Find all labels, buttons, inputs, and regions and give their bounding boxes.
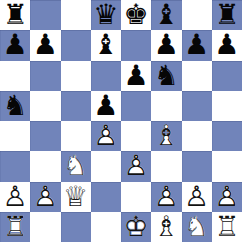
piece-black-bishop-d7: ♝ [91, 30, 121, 60]
square-b6[interactable] [30, 61, 60, 91]
square-b1[interactable] [30, 212, 60, 242]
square-a1[interactable]: ♜♖ [0, 212, 30, 242]
square-f2[interactable]: ♟♙ [151, 182, 181, 212]
piece-black-queen-d8: ♛ [91, 0, 121, 30]
white-bishop-outline: ♗ [151, 121, 181, 151]
square-b2[interactable]: ♟♙ [30, 182, 60, 212]
square-h8[interactable]: ♜ [212, 0, 242, 30]
piece-white-knight-c3: ♞♘ [61, 151, 91, 181]
square-g5[interactable] [182, 91, 212, 121]
square-h2[interactable]: ♟♙ [212, 182, 242, 212]
white-pawn-glyph: ♟ [212, 182, 242, 212]
white-rook-outline: ♖ [212, 212, 242, 242]
square-g8[interactable] [182, 0, 212, 30]
square-a2[interactable]: ♟♙ [0, 182, 30, 212]
square-b4[interactable] [30, 121, 60, 151]
square-c4[interactable] [61, 121, 91, 151]
white-pawn-outline: ♙ [91, 121, 121, 151]
white-queen-glyph: ♛ [61, 182, 91, 212]
black-knight-glyph: ♞ [151, 61, 181, 91]
piece-white-pawn-f2: ♟♙ [151, 182, 181, 212]
square-g6[interactable] [182, 61, 212, 91]
square-d8[interactable]: ♛ [91, 0, 121, 30]
piece-black-pawn-f7: ♟ [151, 30, 181, 60]
square-a5[interactable]: ♞ [0, 91, 30, 121]
square-e1[interactable]: ♚♔ [121, 212, 151, 242]
white-pawn-glyph: ♟ [151, 182, 181, 212]
piece-white-king-e1: ♚♔ [121, 212, 151, 242]
white-pawn-glyph: ♟ [91, 121, 121, 151]
black-pawn-glyph: ♟ [0, 30, 30, 60]
white-pawn-outline: ♙ [182, 182, 212, 212]
white-pawn-outline: ♙ [0, 182, 30, 212]
black-king-glyph: ♚ [121, 0, 151, 30]
white-pawn-outline: ♙ [30, 182, 60, 212]
black-queen-glyph: ♛ [91, 0, 121, 30]
square-d5[interactable]: ♟ [91, 91, 121, 121]
piece-white-rook-h1: ♜♖ [212, 212, 242, 242]
white-pawn-outline: ♙ [151, 182, 181, 212]
piece-white-pawn-h2: ♟♙ [212, 182, 242, 212]
white-rook-glyph: ♜ [0, 212, 30, 242]
square-h1[interactable]: ♜♖ [212, 212, 242, 242]
piece-black-king-e8: ♚ [121, 0, 151, 30]
black-pawn-glyph: ♟ [212, 30, 242, 60]
square-d2[interactable] [91, 182, 121, 212]
square-a4[interactable] [0, 121, 30, 151]
black-bishop-glyph: ♝ [151, 0, 181, 30]
black-pawn-glyph: ♟ [121, 61, 151, 91]
square-f7[interactable]: ♟ [151, 30, 181, 60]
black-rook-glyph: ♜ [0, 0, 30, 30]
square-a3[interactable] [0, 151, 30, 181]
square-g4[interactable] [182, 121, 212, 151]
square-f3[interactable] [151, 151, 181, 181]
square-g7[interactable]: ♟ [182, 30, 212, 60]
piece-black-bishop-f8: ♝ [151, 0, 181, 30]
square-b5[interactable] [30, 91, 60, 121]
square-c6[interactable] [61, 61, 91, 91]
square-c1[interactable] [61, 212, 91, 242]
white-bishop-glyph: ♝ [151, 121, 181, 151]
square-h6[interactable] [212, 61, 242, 91]
square-e7[interactable] [121, 30, 151, 60]
square-a7[interactable]: ♟ [0, 30, 30, 60]
piece-black-pawn-d5: ♟ [91, 91, 121, 121]
square-g1[interactable]: ♞♘ [182, 212, 212, 242]
white-knight-glyph: ♞ [61, 151, 91, 181]
black-pawn-glyph: ♟ [182, 30, 212, 60]
white-pawn-outline: ♙ [121, 151, 151, 181]
white-pawn-glyph: ♟ [30, 182, 60, 212]
square-b8[interactable] [30, 0, 60, 30]
piece-white-knight-g1: ♞♘ [182, 212, 212, 242]
white-knight-glyph: ♞ [182, 212, 212, 242]
piece-white-pawn-e3: ♟♙ [121, 151, 151, 181]
square-f8[interactable]: ♝ [151, 0, 181, 30]
white-bishop-glyph: ♝ [151, 212, 181, 242]
black-rook-glyph: ♜ [212, 0, 242, 30]
chess-board: ♜♛♚♝♜♟♟♝♟♟♟♟♞♞♟♟♙♝♗♞♘♟♙♟♙♟♙♛♕♟♙♟♙♟♙♜♖♚♔♝… [0, 0, 242, 242]
square-f5[interactable] [151, 91, 181, 121]
piece-black-pawn-g7: ♟ [182, 30, 212, 60]
square-h5[interactable] [212, 91, 242, 121]
square-c5[interactable] [61, 91, 91, 121]
square-d4[interactable]: ♟♙ [91, 121, 121, 151]
square-c8[interactable] [61, 0, 91, 30]
square-a8[interactable]: ♜ [0, 0, 30, 30]
piece-black-pawn-a7: ♟ [0, 30, 30, 60]
piece-black-pawn-h7: ♟ [212, 30, 242, 60]
piece-white-bishop-f4: ♝♗ [151, 121, 181, 151]
white-pawn-outline: ♙ [212, 182, 242, 212]
square-f6[interactable]: ♞ [151, 61, 181, 91]
square-h3[interactable] [212, 151, 242, 181]
square-e8[interactable]: ♚ [121, 0, 151, 30]
white-rook-glyph: ♜ [212, 212, 242, 242]
square-d6[interactable] [91, 61, 121, 91]
square-e4[interactable] [121, 121, 151, 151]
piece-black-pawn-e6: ♟ [121, 61, 151, 91]
piece-white-pawn-g2: ♟♙ [182, 182, 212, 212]
square-f1[interactable]: ♝♗ [151, 212, 181, 242]
square-c3[interactable]: ♞♘ [61, 151, 91, 181]
square-b7[interactable]: ♟ [30, 30, 60, 60]
square-e2[interactable] [121, 182, 151, 212]
white-knight-outline: ♘ [182, 212, 212, 242]
white-bishop-outline: ♗ [151, 212, 181, 242]
black-knight-glyph: ♞ [0, 91, 30, 121]
square-e5[interactable] [121, 91, 151, 121]
white-rook-outline: ♖ [0, 212, 30, 242]
square-d3[interactable] [91, 151, 121, 181]
piece-white-pawn-a2: ♟♙ [0, 182, 30, 212]
black-pawn-glyph: ♟ [30, 30, 60, 60]
piece-white-pawn-d4: ♟♙ [91, 121, 121, 151]
black-pawn-glyph: ♟ [151, 30, 181, 60]
white-pawn-glyph: ♟ [182, 182, 212, 212]
piece-black-pawn-b7: ♟ [30, 30, 60, 60]
white-knight-outline: ♘ [61, 151, 91, 181]
square-d7[interactable]: ♝ [91, 30, 121, 60]
piece-black-knight-a5: ♞ [0, 91, 30, 121]
square-c2[interactable]: ♛♕ [61, 182, 91, 212]
piece-white-rook-a1: ♜♖ [0, 212, 30, 242]
black-pawn-glyph: ♟ [91, 91, 121, 121]
square-c7[interactable] [61, 30, 91, 60]
square-h4[interactable] [212, 121, 242, 151]
piece-black-rook-h8: ♜ [212, 0, 242, 30]
square-g2[interactable]: ♟♙ [182, 182, 212, 212]
square-b3[interactable] [30, 151, 60, 181]
white-queen-outline: ♕ [61, 182, 91, 212]
black-bishop-glyph: ♝ [91, 30, 121, 60]
piece-black-rook-a8: ♜ [0, 0, 30, 30]
square-g3[interactable] [182, 151, 212, 181]
piece-white-bishop-f1: ♝♗ [151, 212, 181, 242]
piece-white-pawn-b2: ♟♙ [30, 182, 60, 212]
white-king-glyph: ♚ [121, 212, 151, 242]
square-a6[interactable] [0, 61, 30, 91]
white-pawn-glyph: ♟ [0, 182, 30, 212]
square-e6[interactable]: ♟ [121, 61, 151, 91]
white-king-outline: ♔ [121, 212, 151, 242]
square-h7[interactable]: ♟ [212, 30, 242, 60]
white-pawn-glyph: ♟ [121, 151, 151, 181]
piece-black-knight-f6: ♞ [151, 61, 181, 91]
square-e3[interactable]: ♟♙ [121, 151, 151, 181]
square-f4[interactable]: ♝♗ [151, 121, 181, 151]
piece-white-queen-c2: ♛♕ [61, 182, 91, 212]
square-d1[interactable] [91, 212, 121, 242]
